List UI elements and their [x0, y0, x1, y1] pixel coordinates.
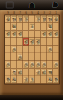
shogi-piece-8e-sente[interactable]: 歩 — [12, 46, 17, 52]
shogi-piece-9i-sente[interactable]: 香 — [6, 77, 11, 83]
shogi-piece-6i-sente[interactable]: 金 — [24, 77, 29, 83]
shogi-app-screen: ☗ ☗ 987654321 香桂銀金金銀桂香飛王角歩歩歩歩歩歩歩歩歩歩歩歩歩歩歩… — [0, 0, 63, 100]
shogi-piece-6g-sente[interactable]: 歩 — [24, 62, 29, 68]
shogi-piece-5b-gote[interactable]: 王 — [30, 24, 35, 30]
bottom-bar — [0, 95, 63, 100]
shogi-piece-8b-gote[interactable]: 飛 — [12, 24, 17, 30]
shogi-piece-5i-sente[interactable]: 玉 — [30, 77, 35, 83]
board-square-1d[interactable] — [53, 38, 59, 46]
app-window: ☗ ☗ 987654321 香桂銀金金銀桂香飛王角歩歩歩歩歩歩歩歩歩歩歩歩歩歩歩… — [0, 0, 63, 100]
shogi-piece-7h-sente[interactable]: 銀 — [18, 69, 23, 75]
board-view-button[interactable] — [6, 1, 15, 9]
sente-piece-icon: ☗ — [28, 1, 35, 9]
shogi-piece-3a-gote[interactable]: 銀 — [42, 16, 47, 22]
shogi-piece-3h-sente[interactable]: 銀 — [42, 69, 47, 75]
shogi-piece-4g-sente[interactable]: 歩 — [36, 62, 41, 68]
gote-piece-button[interactable]: ☗ — [51, 1, 60, 9]
board-square-1h[interactable] — [53, 69, 59, 77]
shogi-piece-3g-sente[interactable]: 歩 — [42, 62, 47, 68]
shogi-piece-5d-gote[interactable]: 歩 — [30, 39, 35, 45]
board-grid-icon — [6, 2, 14, 9]
board-square-1g[interactable]: 歩 — [53, 61, 59, 69]
gote-piece-icon: ☗ — [51, 1, 60, 9]
shogi-piece-4d-gote[interactable]: 歩 — [36, 39, 41, 45]
shogi-piece-1g-sente[interactable]: 歩 — [54, 62, 59, 68]
shogi-piece-2a-gote[interactable]: 桂 — [48, 16, 53, 22]
board-square-1a[interactable]: 香 — [53, 15, 59, 23]
shogi-piece-6d-gote[interactable]: 歩 — [24, 39, 29, 45]
shogi-piece-2e-sente[interactable]: 歩 — [48, 46, 53, 52]
shogi-piece-7a-gote[interactable]: 銀 — [18, 16, 23, 22]
toolbar: ☗ ☗ — [0, 0, 63, 11]
shogi-piece-1c-gote[interactable]: 歩 — [54, 31, 59, 37]
shogi-piece-9c-gote[interactable]: 歩 — [6, 31, 11, 37]
board-square-1c[interactable]: 歩 — [53, 30, 59, 38]
shogi-piece-8c-gote[interactable]: 歩 — [12, 31, 17, 37]
shogi-board: 香桂銀金金銀桂香飛王角歩歩歩歩歩歩歩歩歩歩歩歩歩歩歩歩歩歩角銀金銀飛香桂金玉桂香 — [4, 15, 60, 85]
shogi-piece-8h-sente[interactable]: 角 — [12, 69, 17, 75]
shogi-piece-2b-gote[interactable]: 角 — [48, 24, 53, 30]
shogi-piece-2h-sente[interactable]: 飛 — [48, 69, 53, 75]
shogi-piece-4a-gote[interactable]: 金 — [36, 16, 41, 22]
board-square-1f[interactable] — [53, 53, 59, 61]
shogi-piece-2c-gote[interactable]: 歩 — [48, 31, 53, 37]
board-square-1b[interactable] — [53, 23, 59, 31]
shogi-piece-9g-sente[interactable]: 歩 — [6, 62, 11, 68]
shogi-piece-8i-sente[interactable]: 桂 — [12, 77, 17, 83]
shogi-piece-1a-gote[interactable]: 香 — [54, 16, 59, 22]
board-square-1i[interactable]: 香 — [53, 76, 59, 84]
shogi-piece-1i-sente[interactable]: 香 — [54, 77, 59, 83]
shogi-piece-5g-sente[interactable]: 歩 — [30, 62, 35, 68]
shogi-piece-6a-gote[interactable]: 金 — [24, 16, 29, 22]
sente-piece-button[interactable]: ☗ — [28, 1, 37, 9]
shogi-piece-7c-gote[interactable]: 歩 — [18, 31, 23, 37]
board-square-1e[interactable] — [53, 46, 59, 54]
shogi-piece-4h-sente[interactable]: 金 — [36, 69, 41, 75]
shogi-piece-2i-sente[interactable]: 桂 — [48, 77, 53, 83]
shogi-piece-8a-gote[interactable]: 桂 — [12, 16, 17, 22]
shogi-piece-9a-gote[interactable]: 香 — [6, 16, 11, 22]
shogi-piece-3c-gote[interactable]: 歩 — [42, 31, 47, 37]
shogi-piece-7f-sente[interactable]: 歩 — [18, 54, 23, 60]
